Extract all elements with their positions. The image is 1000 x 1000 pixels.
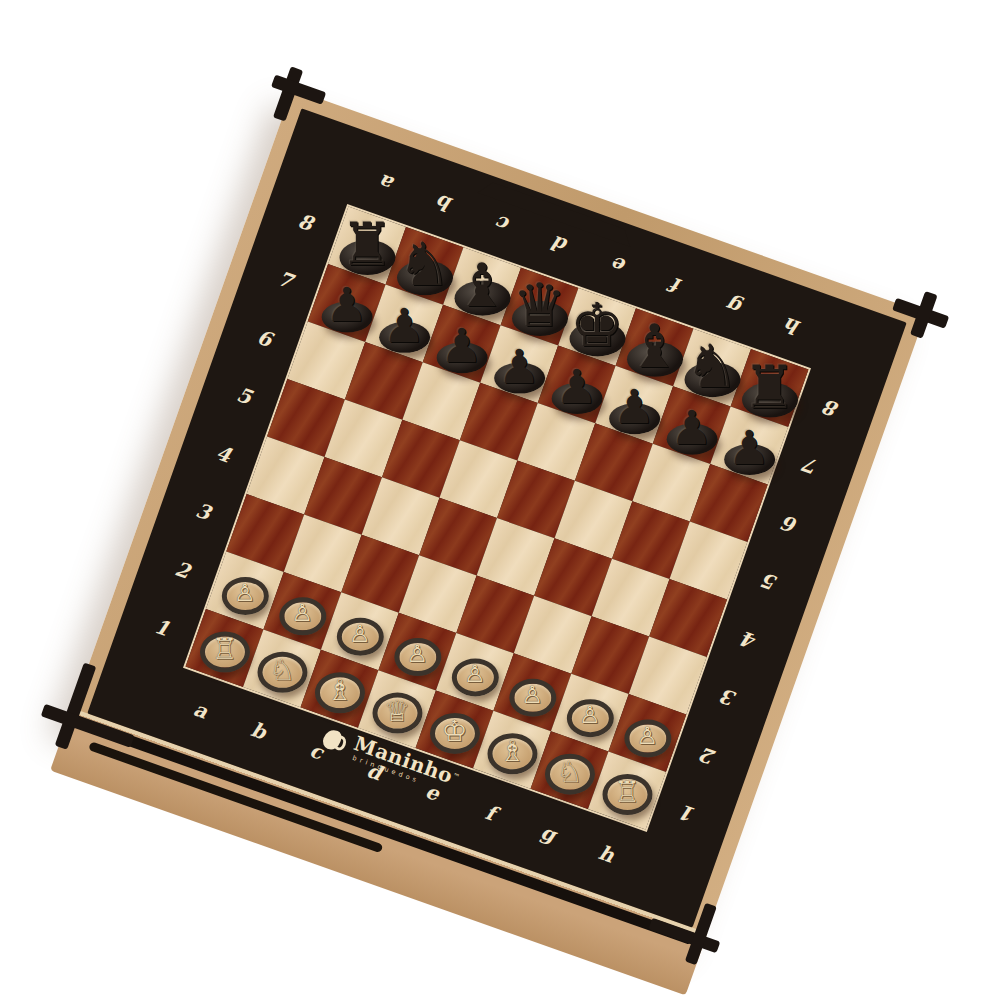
- piece-white-pawn-a2[interactable]: ♙: [214, 560, 275, 621]
- piece-white-queen-d1[interactable]: ♕: [366, 679, 427, 740]
- piece-white-pawn-h2[interactable]: ♙: [617, 703, 678, 764]
- piece-glyph: ♝: [455, 255, 509, 315]
- piece-glyph: ♙: [637, 724, 659, 748]
- piece-white-bishop-f1[interactable]: ♗: [481, 719, 542, 780]
- piece-glyph: ♟: [671, 404, 713, 451]
- piece-black-bishop-f8[interactable]: ♝: [624, 317, 685, 378]
- piece-black-pawn-g7[interactable]: ♟: [661, 395, 722, 456]
- piece-black-pawn-d7[interactable]: ♟: [489, 334, 550, 395]
- piece-glyph: ♙: [349, 622, 371, 646]
- piece-glyph: ♟: [383, 302, 425, 349]
- piece-glyph: ♗: [326, 676, 352, 705]
- piece-glyph: ♟: [556, 363, 598, 410]
- piece-black-knight-b8[interactable]: ♞: [394, 235, 455, 296]
- square-h1[interactable]: ♖: [588, 752, 666, 830]
- piece-glyph: ♜: [743, 357, 797, 417]
- piece-white-bishop-c1[interactable]: ♗: [309, 658, 370, 719]
- piece-black-pawn-e7[interactable]: ♟: [546, 354, 607, 415]
- piece-white-pawn-b2[interactable]: ♙: [272, 580, 333, 641]
- piece-glyph: ♙: [292, 601, 314, 625]
- piece-glyph: ♝: [628, 316, 682, 376]
- piece-white-knight-b1[interactable]: ♘: [251, 638, 312, 699]
- piece-glyph: ♕: [384, 697, 410, 726]
- chess-board: ♜♞♝♛♚♝♞♜♟♟♟♟♟♟♟♟♙♙♙♙♙♙♙♙♖♘♗♕♔♗♘♖ Maninho…: [101, 122, 892, 913]
- piece-black-pawn-b7[interactable]: ♟: [374, 293, 435, 354]
- piece-glyph: ♜: [340, 214, 394, 274]
- piece-black-pawn-h7[interactable]: ♟: [719, 415, 780, 476]
- piece-black-rook-a8[interactable]: ♜: [337, 215, 398, 276]
- piece-white-pawn-d2[interactable]: ♙: [387, 621, 448, 682]
- piece-white-rook-h1[interactable]: ♖: [596, 760, 657, 821]
- piece-black-knight-g8[interactable]: ♞: [682, 337, 743, 398]
- piece-glyph: ♟: [728, 424, 770, 471]
- piece-glyph: ♟: [441, 322, 483, 369]
- piece-black-bishop-c8[interactable]: ♝: [452, 256, 513, 317]
- piece-glyph: ♚: [570, 295, 624, 355]
- piece-white-knight-g1[interactable]: ♘: [539, 740, 600, 801]
- square-h7[interactable]: ♟: [710, 407, 788, 485]
- piece-glyph: ♙: [407, 642, 429, 666]
- piece-black-king-e8[interactable]: ♚: [567, 296, 628, 357]
- piece-black-queen-d8[interactable]: ♛: [509, 276, 570, 337]
- piece-black-pawn-a7[interactable]: ♟: [316, 272, 377, 333]
- piece-black-rook-h8[interactable]: ♜: [739, 358, 800, 419]
- piece-white-pawn-e2[interactable]: ♙: [444, 641, 505, 702]
- piece-glyph: ♙: [234, 581, 256, 605]
- piece-white-pawn-g2[interactable]: ♙: [559, 682, 620, 743]
- piece-glyph: ♘: [556, 758, 582, 787]
- chess-product-photo: ♜♞♝♛♚♝♞♜♟♟♟♟♟♟♟♟♙♙♙♙♙♙♙♙♖♘♗♕♔♗♘♖ Maninho…: [0, 0, 1000, 1000]
- piece-glyph: ♟: [498, 343, 540, 390]
- piece-glyph: ♖: [614, 778, 640, 807]
- piece-glyph: ♟: [613, 383, 655, 430]
- piece-glyph: ♙: [464, 662, 486, 686]
- piece-black-pawn-f7[interactable]: ♟: [604, 374, 665, 435]
- piece-glyph: ♙: [579, 703, 601, 727]
- piece-white-rook-a1[interactable]: ♖: [194, 617, 255, 678]
- piece-glyph: ♗: [499, 737, 525, 766]
- piece-white-pawn-f2[interactable]: ♙: [502, 662, 563, 723]
- piece-white-pawn-c2[interactable]: ♙: [329, 601, 390, 662]
- piece-white-king-e1[interactable]: ♔: [424, 699, 485, 760]
- piece-glyph: ♛: [513, 275, 567, 335]
- piece-glyph: ♖: [211, 635, 237, 664]
- piece-glyph: ♟: [326, 281, 368, 328]
- piece-black-pawn-c7[interactable]: ♟: [431, 313, 492, 374]
- piece-glyph: ♞: [685, 336, 739, 396]
- piece-glyph: ♘: [269, 656, 295, 685]
- piece-glyph: ♙: [522, 683, 544, 707]
- piece-glyph: ♞: [398, 234, 452, 294]
- piece-glyph: ♔: [441, 717, 467, 746]
